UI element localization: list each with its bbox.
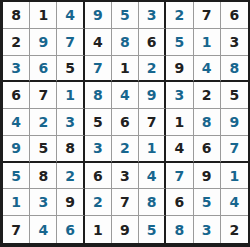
- sudoku-cell-r6c5[interactable]: 2: [112, 136, 139, 163]
- sudoku-cell-r5c1[interactable]: 4: [3, 109, 30, 136]
- sudoku-cell-r2c8[interactable]: 1: [194, 29, 221, 56]
- sudoku-cell-r4c3[interactable]: 1: [57, 82, 84, 109]
- sudoku-cell-r8c7[interactable]: 6: [166, 189, 193, 216]
- sudoku-cell-r5c5[interactable]: 6: [112, 109, 139, 136]
- sudoku-cell-r1c8[interactable]: 7: [194, 2, 221, 29]
- sudoku-cell-r9c5[interactable]: 9: [112, 216, 139, 243]
- sudoku-cell-r1c7[interactable]: 2: [166, 2, 193, 29]
- sudoku-cell-r7c1[interactable]: 5: [3, 163, 30, 190]
- sudoku-cell-r1c2[interactable]: 1: [30, 2, 57, 29]
- sudoku-board: 8149532762974865133657129486718493254235…: [0, 0, 250, 247]
- sudoku-cell-r4c9[interactable]: 5: [221, 82, 248, 109]
- sudoku-cell-r1c3[interactable]: 4: [57, 2, 84, 29]
- sudoku-cell-r8c3[interactable]: 9: [57, 189, 84, 216]
- sudoku-cell-r3c5[interactable]: 1: [112, 56, 139, 83]
- sudoku-cell-r9c3[interactable]: 6: [57, 216, 84, 243]
- sudoku-cell-r3c2[interactable]: 6: [30, 56, 57, 83]
- sudoku-cell-r2c7[interactable]: 5: [166, 29, 193, 56]
- sudoku-cell-r6c7[interactable]: 4: [166, 136, 193, 163]
- sudoku-cell-r2c3[interactable]: 7: [57, 29, 84, 56]
- sudoku-cell-r3c1[interactable]: 3: [3, 56, 30, 83]
- sudoku-cell-r7c6[interactable]: 4: [139, 163, 166, 190]
- sudoku-cell-r4c1[interactable]: 6: [3, 82, 30, 109]
- sudoku-cell-r1c1[interactable]: 8: [3, 2, 30, 29]
- sudoku-cell-r3c8[interactable]: 4: [194, 56, 221, 83]
- sudoku-cell-r5c6[interactable]: 7: [139, 109, 166, 136]
- sudoku-cell-r6c6[interactable]: 1: [139, 136, 166, 163]
- sudoku-cell-r9c2[interactable]: 4: [30, 216, 57, 243]
- sudoku-cell-r9c1[interactable]: 7: [3, 216, 30, 243]
- sudoku-cell-r5c4[interactable]: 5: [85, 109, 112, 136]
- sudoku-cell-r8c8[interactable]: 5: [194, 189, 221, 216]
- sudoku-cell-r1c6[interactable]: 3: [139, 2, 166, 29]
- sudoku-cell-r8c1[interactable]: 1: [3, 189, 30, 216]
- sudoku-cell-r5c3[interactable]: 3: [57, 109, 84, 136]
- sudoku-cell-r5c2[interactable]: 2: [30, 109, 57, 136]
- sudoku-cell-r8c2[interactable]: 3: [30, 189, 57, 216]
- sudoku-cell-r7c7[interactable]: 7: [166, 163, 193, 190]
- sudoku-cell-r8c5[interactable]: 7: [112, 189, 139, 216]
- sudoku-cell-r7c4[interactable]: 6: [85, 163, 112, 190]
- sudoku-cell-r3c6[interactable]: 2: [139, 56, 166, 83]
- sudoku-cell-r9c7[interactable]: 8: [166, 216, 193, 243]
- sudoku-cell-r6c9[interactable]: 7: [221, 136, 248, 163]
- sudoku-cell-r9c9[interactable]: 2: [221, 216, 248, 243]
- sudoku-cell-r9c6[interactable]: 5: [139, 216, 166, 243]
- sudoku-cell-r4c6[interactable]: 9: [139, 82, 166, 109]
- sudoku-cell-r2c9[interactable]: 3: [221, 29, 248, 56]
- sudoku-cell-r4c8[interactable]: 2: [194, 82, 221, 109]
- sudoku-cell-r1c9[interactable]: 6: [221, 2, 248, 29]
- sudoku-cell-r1c4[interactable]: 9: [85, 2, 112, 29]
- sudoku-cell-r7c2[interactable]: 8: [30, 163, 57, 190]
- sudoku-cell-r5c7[interactable]: 1: [166, 109, 193, 136]
- sudoku-cell-r2c5[interactable]: 8: [112, 29, 139, 56]
- sudoku-cell-r9c4[interactable]: 1: [85, 216, 112, 243]
- sudoku-cell-r4c7[interactable]: 3: [166, 82, 193, 109]
- sudoku-cell-r6c1[interactable]: 9: [3, 136, 30, 163]
- sudoku-cell-r4c5[interactable]: 4: [112, 82, 139, 109]
- sudoku-app: 8149532762974865133657129486718493254235…: [0, 0, 250, 247]
- sudoku-cell-r7c8[interactable]: 9: [194, 163, 221, 190]
- sudoku-cell-r8c6[interactable]: 8: [139, 189, 166, 216]
- sudoku-cell-r3c4[interactable]: 7: [85, 56, 112, 83]
- sudoku-cell-r2c1[interactable]: 2: [3, 29, 30, 56]
- sudoku-cell-r2c6[interactable]: 6: [139, 29, 166, 56]
- sudoku-cell-r6c4[interactable]: 3: [85, 136, 112, 163]
- sudoku-cell-r6c3[interactable]: 8: [57, 136, 84, 163]
- sudoku-cell-r7c9[interactable]: 1: [221, 163, 248, 190]
- sudoku-cell-r2c4[interactable]: 4: [85, 29, 112, 56]
- sudoku-cell-r8c9[interactable]: 4: [221, 189, 248, 216]
- sudoku-cell-r9c8[interactable]: 3: [194, 216, 221, 243]
- sudoku-cell-r2c2[interactable]: 9: [30, 29, 57, 56]
- sudoku-cell-r7c5[interactable]: 3: [112, 163, 139, 190]
- sudoku-cell-r5c9[interactable]: 9: [221, 109, 248, 136]
- sudoku-cell-r6c2[interactable]: 5: [30, 136, 57, 163]
- sudoku-cell-r4c4[interactable]: 8: [85, 82, 112, 109]
- sudoku-cell-r3c9[interactable]: 8: [221, 56, 248, 83]
- sudoku-cell-r6c8[interactable]: 6: [194, 136, 221, 163]
- sudoku-cell-r8c4[interactable]: 2: [85, 189, 112, 216]
- sudoku-cell-r4c2[interactable]: 7: [30, 82, 57, 109]
- sudoku-cell-r3c7[interactable]: 9: [166, 56, 193, 83]
- sudoku-cell-r5c8[interactable]: 8: [194, 109, 221, 136]
- sudoku-cell-r7c3[interactable]: 2: [57, 163, 84, 190]
- sudoku-cell-r3c3[interactable]: 5: [57, 56, 84, 83]
- sudoku-cell-r1c5[interactable]: 5: [112, 2, 139, 29]
